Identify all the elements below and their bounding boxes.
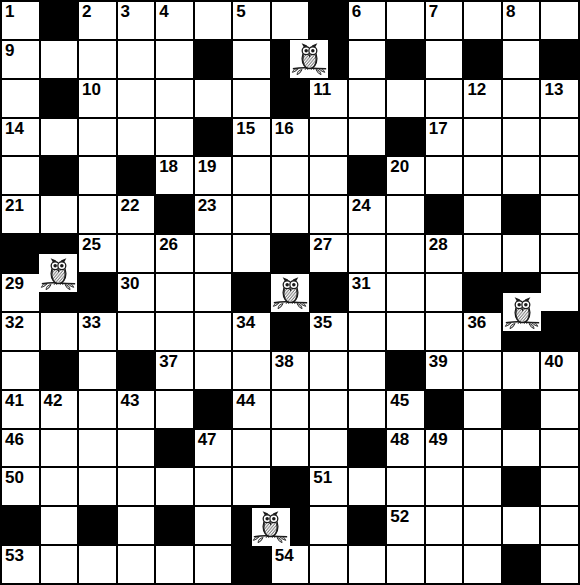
white-cell[interactable]: 37 xyxy=(156,352,193,389)
white-cell[interactable] xyxy=(387,2,424,39)
white-cell[interactable] xyxy=(2,157,39,194)
white-cell[interactable] xyxy=(426,468,463,505)
white-cell[interactable] xyxy=(41,507,78,544)
white-cell[interactable]: 28 xyxy=(426,235,463,272)
white-cell[interactable] xyxy=(426,157,463,194)
clue-number: 46 xyxy=(5,431,24,450)
black-cell xyxy=(41,80,78,117)
black-cell xyxy=(503,391,540,428)
white-cell[interactable] xyxy=(41,430,78,467)
white-cell[interactable]: 3 xyxy=(118,2,155,39)
white-cell[interactable]: 31 xyxy=(349,274,386,311)
white-cell[interactable] xyxy=(541,157,578,194)
white-cell[interactable] xyxy=(118,313,155,350)
owl-icon xyxy=(39,254,77,292)
clue-number: 16 xyxy=(275,120,294,139)
white-cell[interactable] xyxy=(41,41,78,78)
white-cell[interactable] xyxy=(79,41,116,78)
black-cell xyxy=(272,313,309,350)
white-cell[interactable] xyxy=(79,157,116,194)
black-cell xyxy=(2,507,39,544)
clue-number: 54 xyxy=(275,547,294,566)
white-cell[interactable] xyxy=(118,119,155,156)
clue-number: 32 xyxy=(5,314,24,333)
white-cell[interactable] xyxy=(464,468,501,505)
white-cell[interactable]: 53 xyxy=(2,546,39,583)
clue-number: 4 xyxy=(159,3,168,22)
white-cell[interactable] xyxy=(41,468,78,505)
white-cell[interactable] xyxy=(541,546,578,583)
white-cell[interactable]: 25 xyxy=(79,235,116,272)
white-cell[interactable] xyxy=(195,313,232,350)
black-cell xyxy=(195,119,232,156)
white-cell[interactable] xyxy=(233,352,270,389)
white-cell[interactable] xyxy=(2,80,39,117)
black-cell xyxy=(541,41,578,78)
clue-number: 44 xyxy=(236,392,255,411)
white-cell[interactable] xyxy=(195,507,232,544)
clue-number: 38 xyxy=(275,353,294,372)
white-cell[interactable]: 5 xyxy=(233,2,270,39)
white-cell[interactable]: 18 xyxy=(156,157,193,194)
clue-number: 24 xyxy=(352,197,371,216)
clue-number: 33 xyxy=(82,314,101,333)
black-cell xyxy=(503,196,540,233)
white-cell[interactable] xyxy=(387,196,424,233)
white-cell[interactable] xyxy=(349,41,386,78)
white-cell[interactable] xyxy=(503,41,540,78)
clue-number: 12 xyxy=(467,81,486,100)
white-cell[interactable] xyxy=(310,430,347,467)
black-cell xyxy=(426,196,463,233)
white-cell[interactable]: 44 xyxy=(233,391,270,428)
white-cell[interactable] xyxy=(195,80,232,117)
black-cell xyxy=(118,352,155,389)
white-cell[interactable] xyxy=(41,546,78,583)
white-cell[interactable]: 39 xyxy=(426,352,463,389)
white-cell[interactable] xyxy=(156,41,193,78)
clue-number: 45 xyxy=(390,392,409,411)
clue-number: 3 xyxy=(121,3,130,22)
white-cell[interactable]: 48 xyxy=(387,430,424,467)
white-cell[interactable] xyxy=(426,80,463,117)
black-cell xyxy=(349,157,386,194)
white-cell[interactable]: 15 xyxy=(233,119,270,156)
clue-number: 51 xyxy=(313,469,332,488)
white-cell[interactable] xyxy=(426,41,463,78)
black-cell xyxy=(41,2,78,39)
white-cell[interactable]: 36 xyxy=(464,313,501,350)
white-cell[interactable] xyxy=(195,546,232,583)
white-cell[interactable]: 41 xyxy=(2,391,39,428)
white-cell[interactable] xyxy=(272,196,309,233)
owl-icon xyxy=(271,274,309,312)
white-cell[interactable]: 20 xyxy=(387,157,424,194)
clue-number: 47 xyxy=(198,431,217,450)
white-cell[interactable] xyxy=(464,352,501,389)
white-cell[interactable] xyxy=(118,80,155,117)
black-cell xyxy=(156,430,193,467)
clue-number: 50 xyxy=(5,469,24,488)
white-cell[interactable] xyxy=(503,157,540,194)
white-cell[interactable] xyxy=(349,80,386,117)
black-cell xyxy=(2,235,39,272)
white-cell[interactable] xyxy=(41,196,78,233)
white-cell[interactable] xyxy=(464,119,501,156)
white-cell[interactable]: 26 xyxy=(156,235,193,272)
white-cell[interactable]: 17 xyxy=(426,119,463,156)
white-cell[interactable] xyxy=(464,430,501,467)
owl-icon xyxy=(290,40,328,78)
white-cell[interactable] xyxy=(79,352,116,389)
clue-number: 34 xyxy=(236,314,255,333)
black-cell xyxy=(503,468,540,505)
white-cell[interactable]: 54 xyxy=(272,546,309,583)
black-cell xyxy=(349,430,386,467)
white-cell[interactable]: 13 xyxy=(541,80,578,117)
black-cell xyxy=(464,274,501,311)
white-cell[interactable]: 7 xyxy=(426,2,463,39)
white-cell[interactable] xyxy=(541,430,578,467)
white-cell[interactable] xyxy=(387,468,424,505)
white-cell[interactable] xyxy=(387,80,424,117)
clue-number: 10 xyxy=(82,81,101,100)
clue-number: 48 xyxy=(390,431,409,450)
clue-number: 6 xyxy=(352,3,361,22)
white-cell[interactable]: 27 xyxy=(310,235,347,272)
white-cell[interactable]: 21 xyxy=(2,196,39,233)
clue-number: 27 xyxy=(313,236,332,255)
white-cell[interactable]: 42 xyxy=(41,391,78,428)
white-cell[interactable] xyxy=(272,157,309,194)
white-cell[interactable] xyxy=(541,235,578,272)
white-cell[interactable]: 16 xyxy=(272,119,309,156)
clue-number: 43 xyxy=(121,392,140,411)
black-cell xyxy=(387,41,424,78)
white-cell[interactable] xyxy=(349,468,386,505)
white-cell[interactable] xyxy=(41,119,78,156)
black-cell xyxy=(387,119,424,156)
white-cell[interactable] xyxy=(349,352,386,389)
white-cell[interactable] xyxy=(233,468,270,505)
white-cell[interactable] xyxy=(387,546,424,583)
white-cell[interactable] xyxy=(387,235,424,272)
white-cell[interactable] xyxy=(156,119,193,156)
white-cell[interactable] xyxy=(79,546,116,583)
white-cell[interactable] xyxy=(156,313,193,350)
clue-number: 8 xyxy=(506,3,515,22)
white-cell[interactable] xyxy=(503,119,540,156)
white-cell[interactable]: 34 xyxy=(233,313,270,350)
black-cell xyxy=(426,391,463,428)
white-cell[interactable] xyxy=(310,391,347,428)
black-cell xyxy=(310,274,347,311)
white-cell[interactable]: 2 xyxy=(79,2,116,39)
white-cell[interactable]: 6 xyxy=(349,2,386,39)
clue-number: 18 xyxy=(159,158,178,177)
clue-number: 7 xyxy=(429,3,438,22)
white-cell[interactable] xyxy=(156,546,193,583)
white-cell[interactable] xyxy=(2,352,39,389)
black-cell xyxy=(195,41,232,78)
white-cell[interactable] xyxy=(118,235,155,272)
black-cell xyxy=(503,546,540,583)
white-cell[interactable] xyxy=(349,119,386,156)
white-cell[interactable] xyxy=(79,196,116,233)
white-cell[interactable] xyxy=(503,430,540,467)
white-cell[interactable] xyxy=(79,430,116,467)
crossword-grid: 1234567891011121314151617181920212223242… xyxy=(0,0,580,585)
white-cell[interactable] xyxy=(118,468,155,505)
white-cell[interactable] xyxy=(349,391,386,428)
white-cell[interactable] xyxy=(349,235,386,272)
clue-number: 5 xyxy=(236,3,245,22)
black-cell xyxy=(387,352,424,389)
white-cell[interactable] xyxy=(118,507,155,544)
white-cell[interactable] xyxy=(464,391,501,428)
white-cell[interactable] xyxy=(233,80,270,117)
clue-number: 23 xyxy=(198,197,217,216)
white-cell[interactable]: 1 xyxy=(2,2,39,39)
clue-number: 29 xyxy=(5,275,24,294)
black-cell xyxy=(272,468,309,505)
white-cell[interactable] xyxy=(310,157,347,194)
white-cell[interactable]: 14 xyxy=(2,119,39,156)
white-cell[interactable]: 50 xyxy=(2,468,39,505)
white-cell[interactable]: 43 xyxy=(118,391,155,428)
white-cell[interactable] xyxy=(310,119,347,156)
white-cell[interactable] xyxy=(233,235,270,272)
black-cell xyxy=(41,352,78,389)
white-cell[interactable] xyxy=(79,468,116,505)
clue-number: 42 xyxy=(44,392,63,411)
white-cell[interactable] xyxy=(195,235,232,272)
white-cell[interactable]: 30 xyxy=(118,274,155,311)
black-cell xyxy=(310,2,347,39)
clue-number: 35 xyxy=(313,314,332,333)
clue-number: 1 xyxy=(5,3,14,22)
white-cell[interactable] xyxy=(541,196,578,233)
clue-number: 28 xyxy=(429,236,448,255)
clue-number: 31 xyxy=(352,275,371,294)
white-cell[interactable] xyxy=(464,2,501,39)
white-cell[interactable] xyxy=(79,119,116,156)
black-cell xyxy=(541,313,578,350)
white-cell[interactable] xyxy=(464,507,501,544)
owl-icon xyxy=(252,508,290,546)
clue-number: 15 xyxy=(236,120,255,139)
clue-number: 53 xyxy=(5,547,24,566)
white-cell[interactable] xyxy=(541,2,578,39)
black-cell xyxy=(349,507,386,544)
clue-number: 36 xyxy=(467,314,486,333)
white-cell[interactable]: 11 xyxy=(310,80,347,117)
white-cell[interactable] xyxy=(464,196,501,233)
white-cell[interactable] xyxy=(464,235,501,272)
white-cell[interactable] xyxy=(503,507,540,544)
white-cell[interactable] xyxy=(233,196,270,233)
white-cell[interactable] xyxy=(464,546,501,583)
white-cell[interactable]: 12 xyxy=(464,80,501,117)
black-cell xyxy=(233,546,270,583)
white-cell[interactable]: 45 xyxy=(387,391,424,428)
clue-number: 20 xyxy=(390,158,409,177)
clue-number: 37 xyxy=(159,353,178,372)
white-cell[interactable] xyxy=(426,507,463,544)
clue-number: 30 xyxy=(121,275,140,294)
white-cell[interactable] xyxy=(310,352,347,389)
white-cell[interactable]: 24 xyxy=(349,196,386,233)
black-cell xyxy=(272,235,309,272)
white-cell[interactable]: 19 xyxy=(195,157,232,194)
white-cell[interactable]: 23 xyxy=(195,196,232,233)
black-cell xyxy=(233,274,270,311)
white-cell[interactable] xyxy=(272,2,309,39)
white-cell[interactable] xyxy=(541,119,578,156)
clue-number: 26 xyxy=(159,236,178,255)
white-cell[interactable] xyxy=(464,157,501,194)
white-cell[interactable] xyxy=(387,313,424,350)
white-cell[interactable] xyxy=(233,430,270,467)
white-cell[interactable]: 29 xyxy=(2,274,39,311)
white-cell[interactable] xyxy=(541,507,578,544)
clue-number: 11 xyxy=(313,81,331,100)
white-cell[interactable] xyxy=(118,546,155,583)
clue-number: 39 xyxy=(429,353,448,372)
white-cell[interactable]: 4 xyxy=(156,2,193,39)
black-cell xyxy=(195,391,232,428)
white-cell[interactable]: 33 xyxy=(79,313,116,350)
white-cell[interactable]: 52 xyxy=(387,507,424,544)
clue-number: 49 xyxy=(429,431,448,450)
white-cell[interactable] xyxy=(426,546,463,583)
white-cell[interactable] xyxy=(233,41,270,78)
white-cell[interactable] xyxy=(426,313,463,350)
white-cell[interactable] xyxy=(79,391,116,428)
black-cell xyxy=(79,507,116,544)
clue-number: 52 xyxy=(390,508,409,527)
black-cell xyxy=(118,157,155,194)
white-cell[interactable] xyxy=(233,157,270,194)
white-cell[interactable] xyxy=(195,468,232,505)
owl-icon xyxy=(503,293,541,331)
black-cell xyxy=(272,80,309,117)
white-cell[interactable] xyxy=(195,2,232,39)
clue-number: 14 xyxy=(5,120,24,139)
clue-number: 17 xyxy=(429,120,448,139)
white-cell[interactable] xyxy=(195,274,232,311)
white-cell[interactable] xyxy=(156,391,193,428)
white-cell[interactable] xyxy=(541,391,578,428)
white-cell[interactable] xyxy=(156,468,193,505)
black-cell xyxy=(41,157,78,194)
white-cell[interactable]: 10 xyxy=(79,80,116,117)
white-cell[interactable] xyxy=(426,274,463,311)
white-cell[interactable]: 51 xyxy=(310,468,347,505)
white-cell[interactable]: 49 xyxy=(426,430,463,467)
black-cell xyxy=(464,41,501,78)
white-cell[interactable]: 46 xyxy=(2,430,39,467)
black-cell xyxy=(79,274,116,311)
white-cell[interactable] xyxy=(118,430,155,467)
white-cell[interactable]: 35 xyxy=(310,313,347,350)
clue-number: 2 xyxy=(82,3,91,22)
clue-number: 22 xyxy=(121,197,140,216)
clue-number: 13 xyxy=(544,81,563,100)
white-cell[interactable]: 8 xyxy=(503,2,540,39)
clue-number: 9 xyxy=(5,42,14,61)
white-cell[interactable] xyxy=(310,507,347,544)
white-cell[interactable] xyxy=(310,546,347,583)
white-cell[interactable]: 47 xyxy=(195,430,232,467)
white-cell[interactable] xyxy=(541,274,578,311)
clue-number: 19 xyxy=(198,158,217,177)
white-cell[interactable]: 22 xyxy=(118,196,155,233)
clue-number: 21 xyxy=(5,197,24,216)
white-cell[interactable] xyxy=(387,274,424,311)
white-cell[interactable] xyxy=(41,313,78,350)
clue-number: 40 xyxy=(544,353,563,372)
clue-number: 25 xyxy=(82,236,101,255)
white-cell[interactable]: 9 xyxy=(2,41,39,78)
white-cell[interactable] xyxy=(156,274,193,311)
white-cell[interactable]: 40 xyxy=(541,352,578,389)
white-cell[interactable] xyxy=(272,391,309,428)
black-cell xyxy=(156,507,193,544)
white-cell[interactable] xyxy=(310,196,347,233)
white-cell[interactable] xyxy=(541,468,578,505)
white-cell[interactable]: 38 xyxy=(272,352,309,389)
clue-number: 41 xyxy=(5,392,24,411)
white-cell[interactable] xyxy=(118,41,155,78)
white-cell[interactable] xyxy=(349,546,386,583)
white-cell[interactable] xyxy=(156,80,193,117)
black-cell xyxy=(156,196,193,233)
white-cell[interactable] xyxy=(195,352,232,389)
white-cell[interactable] xyxy=(503,235,540,272)
white-cell[interactable] xyxy=(349,313,386,350)
white-cell[interactable] xyxy=(503,80,540,117)
white-cell[interactable]: 32 xyxy=(2,313,39,350)
white-cell[interactable] xyxy=(272,430,309,467)
white-cell[interactable] xyxy=(503,352,540,389)
